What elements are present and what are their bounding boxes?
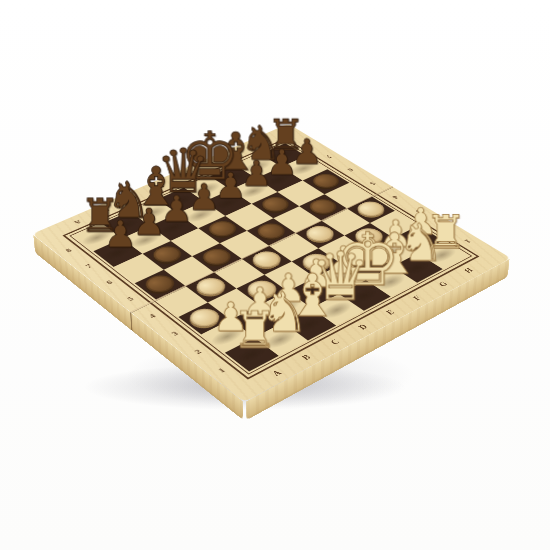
outer-border-line: ♜♞♝♛♚♝♞♜♟♟♟♟♟♟♟♟♟♟♟♟♟♟♟♟♜♞♝♛♚♝♞♜ — [62, 138, 479, 380]
inner-border-line: ♜♞♝♛♚♝♞♜♟♟♟♟♟♟♟♟♟♟♟♟♟♟♟♟♜♞♝♛♚♝♞♜ — [69, 141, 472, 374]
chessboard: ABCDEFGH ABCDEFGH 87654321 87654321 ♜♞♝♛… — [32, 124, 511, 403]
board-grid: ♜♞♝♛♚♝♞♜♟♟♟♟♟♟♟♟♟♟♟♟♟♟♟♟♜♞♝♛♚♝♞♜ — [74, 143, 468, 371]
dark-pawn-a7[interactable]: ♟ — [84, 216, 155, 253]
product-photo-scene: ABCDEFGH ABCDEFGH 87654321 87654321 ♜♞♝♛… — [0, 0, 550, 550]
square-a1[interactable]: ♜ — [225, 338, 279, 372]
board-top-surface: ABCDEFGH ABCDEFGH 87654321 87654321 ♜♞♝♛… — [32, 124, 511, 403]
fold-seam-edge — [130, 312, 132, 331]
scene-3d: ABCDEFGH ABCDEFGH 87654321 87654321 ♜♞♝♛… — [0, 0, 550, 550]
light-rook-a1[interactable]: ♜ — [215, 305, 292, 356]
